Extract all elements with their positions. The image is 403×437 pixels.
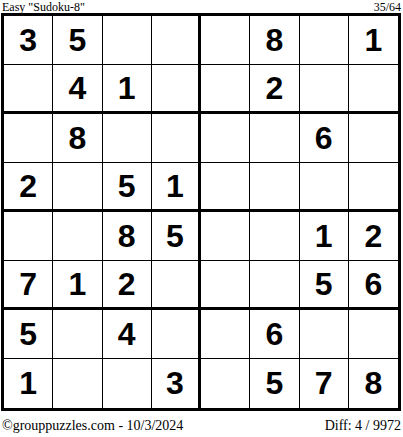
cell-r3c7: 6 <box>300 114 349 163</box>
cell-r4c3: 5 <box>103 163 152 212</box>
cell-r2c2: 4 <box>53 65 102 114</box>
cell-r8c5[interactable] <box>201 359 250 408</box>
cell-r3c1[interactable] <box>4 114 53 163</box>
cell-r1c4[interactable] <box>152 16 201 65</box>
cell-r4c8[interactable] <box>349 163 398 212</box>
cell-r6c2: 1 <box>53 261 102 310</box>
cell-r8c8: 8 <box>349 359 398 408</box>
footer: ©grouppuzzles.com - 10/3/2024 Diff: 4 / … <box>0 411 403 434</box>
footer-difficulty: Diff: 4 / 9972 <box>325 418 401 434</box>
cell-r5c8: 2 <box>349 212 398 261</box>
header: Easy "Sudoku-8" 35/64 <box>0 0 403 13</box>
cell-r5c5[interactable] <box>201 212 250 261</box>
cell-r4c4: 1 <box>152 163 201 212</box>
cell-r8c6: 5 <box>250 359 299 408</box>
page-title: Easy "Sudoku-8" <box>2 1 85 13</box>
cell-r6c5[interactable] <box>201 261 250 310</box>
cell-r6c6[interactable] <box>250 261 299 310</box>
cell-r6c4[interactable] <box>152 261 201 310</box>
cell-r4c6[interactable] <box>250 163 299 212</box>
cell-r1c6: 8 <box>250 16 299 65</box>
cell-r7c7[interactable] <box>300 310 349 359</box>
cell-r6c8: 6 <box>349 261 398 310</box>
page: Easy "Sudoku-8" 35/64 358141286251851271… <box>0 0 403 437</box>
cell-r7c2[interactable] <box>53 310 102 359</box>
cell-r7c3: 4 <box>103 310 152 359</box>
cell-r4c2[interactable] <box>53 163 102 212</box>
cell-r1c7[interactable] <box>300 16 349 65</box>
cell-r3c4[interactable] <box>152 114 201 163</box>
cell-r1c5[interactable] <box>201 16 250 65</box>
cell-r5c7: 1 <box>300 212 349 261</box>
cell-r8c7: 7 <box>300 359 349 408</box>
cell-r6c1: 7 <box>4 261 53 310</box>
cell-r8c4: 3 <box>152 359 201 408</box>
cell-r1c3[interactable] <box>103 16 152 65</box>
cell-r4c1: 2 <box>4 163 53 212</box>
cell-r1c8: 1 <box>349 16 398 65</box>
cell-r2c5[interactable] <box>201 65 250 114</box>
cell-r5c6[interactable] <box>250 212 299 261</box>
cell-r7c5[interactable] <box>201 310 250 359</box>
cell-r5c4: 5 <box>152 212 201 261</box>
cell-r6c3: 2 <box>103 261 152 310</box>
cell-r4c7[interactable] <box>300 163 349 212</box>
cell-r2c4[interactable] <box>152 65 201 114</box>
cell-r2c8[interactable] <box>349 65 398 114</box>
cell-r4c5[interactable] <box>201 163 250 212</box>
cell-r3c5[interactable] <box>201 114 250 163</box>
cell-r8c1: 1 <box>4 359 53 408</box>
cell-r3c3[interactable] <box>103 114 152 163</box>
cell-r5c2[interactable] <box>53 212 102 261</box>
cell-r2c1[interactable] <box>4 65 53 114</box>
cell-r3c8[interactable] <box>349 114 398 163</box>
cell-r1c2: 5 <box>53 16 102 65</box>
cell-r7c6: 6 <box>250 310 299 359</box>
footer-copyright-date: ©grouppuzzles.com - 10/3/2024 <box>2 418 183 434</box>
cell-r2c3: 1 <box>103 65 152 114</box>
cell-r5c3: 8 <box>103 212 152 261</box>
cell-r7c4[interactable] <box>152 310 201 359</box>
cell-r7c8[interactable] <box>349 310 398 359</box>
cell-r3c6[interactable] <box>250 114 299 163</box>
cell-r6c7: 5 <box>300 261 349 310</box>
cell-r8c2[interactable] <box>53 359 102 408</box>
cell-r2c6: 2 <box>250 65 299 114</box>
cell-r8c3[interactable] <box>103 359 152 408</box>
cell-r3c2: 8 <box>53 114 102 163</box>
cell-r2c7[interactable] <box>300 65 349 114</box>
cell-r7c1: 5 <box>4 310 53 359</box>
cell-r1c1: 3 <box>4 16 53 65</box>
cell-r5c1[interactable] <box>4 212 53 261</box>
puzzle-counter: 35/64 <box>374 1 401 13</box>
sudoku-grid: 35814128625185127125654613578 <box>1 13 401 411</box>
